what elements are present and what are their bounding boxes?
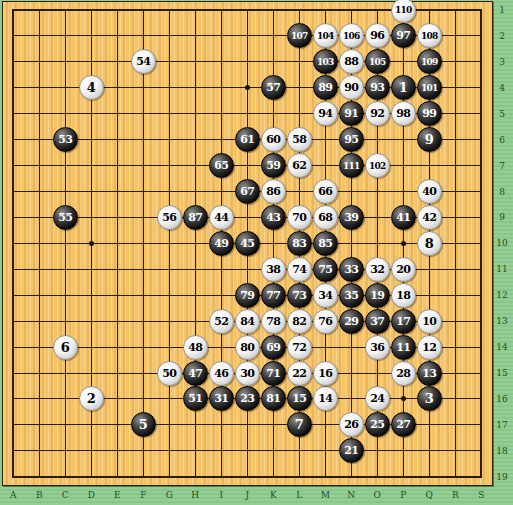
- stone-black-61: 61: [235, 127, 260, 152]
- stone-white-26: 26: [339, 412, 364, 437]
- row-label-16: 16: [494, 393, 510, 405]
- star-point: [401, 241, 406, 246]
- stone-white-4: 4: [79, 75, 104, 100]
- stone-black-39: 39: [339, 205, 364, 230]
- stone-white-38: 38: [261, 257, 286, 282]
- row-label-13: 13: [494, 315, 510, 327]
- stone-white-108: 108: [417, 23, 442, 48]
- stone-white-16: 16: [313, 361, 338, 386]
- row-label-2: 2: [494, 30, 510, 42]
- stone-black-31: 31: [209, 386, 234, 411]
- stone-white-44: 44: [209, 205, 234, 230]
- stone-black-97: 97: [391, 23, 416, 48]
- grid-line: [12, 476, 482, 478]
- star-point: [245, 85, 250, 90]
- stone-black-33: 33: [339, 257, 364, 282]
- stone-black-99: 99: [417, 101, 442, 126]
- stone-black-103: 103: [313, 49, 338, 74]
- stone-black-47: 47: [183, 361, 208, 386]
- stone-white-48: 48: [183, 335, 208, 360]
- stone-white-54: 54: [131, 49, 156, 74]
- stone-black-69: 69: [261, 335, 286, 360]
- stone-white-14: 14: [313, 386, 338, 411]
- stone-white-80: 80: [235, 335, 260, 360]
- stone-black-83: 83: [287, 231, 312, 256]
- col-label-K: K: [265, 489, 281, 501]
- row-label-5: 5: [494, 108, 510, 120]
- col-label-I: I: [213, 489, 229, 501]
- grid-line: [480, 9, 482, 478]
- stone-black-59: 59: [261, 153, 286, 178]
- stone-black-75: 75: [313, 257, 338, 282]
- col-label-S: S: [473, 489, 489, 501]
- col-label-B: B: [31, 489, 47, 501]
- grid-line: [12, 450, 482, 451]
- stone-white-76: 76: [313, 309, 338, 334]
- col-label-D: D: [83, 489, 99, 501]
- stone-black-53: 53: [53, 127, 78, 152]
- stone-black-41: 41: [391, 205, 416, 230]
- row-label-15: 15: [494, 367, 510, 379]
- stone-white-18: 18: [391, 283, 416, 308]
- stone-black-11: 11: [391, 335, 416, 360]
- stone-black-77: 77: [261, 283, 286, 308]
- col-label-A: A: [5, 489, 21, 501]
- stone-black-55: 55: [53, 205, 78, 230]
- stone-black-17: 17: [391, 309, 416, 334]
- row-label-1: 1: [494, 4, 510, 16]
- stone-white-72: 72: [287, 335, 312, 360]
- col-label-H: H: [187, 489, 203, 501]
- col-label-P: P: [395, 489, 411, 501]
- star-point: [89, 241, 94, 246]
- grid-line: [455, 9, 456, 478]
- stone-black-107: 107: [287, 23, 312, 48]
- stone-white-46: 46: [209, 361, 234, 386]
- go-board[interactable]: 1234567891011121314151617181920212223242…: [2, 1, 493, 486]
- stone-black-21: 21: [339, 438, 364, 463]
- stone-black-7: 7: [287, 412, 312, 437]
- stone-black-101: 101: [417, 75, 442, 100]
- col-label-L: L: [291, 489, 307, 501]
- stone-white-34: 34: [313, 283, 338, 308]
- col-label-C: C: [57, 489, 73, 501]
- stone-white-6: 6: [53, 335, 78, 360]
- stone-black-5: 5: [131, 412, 156, 437]
- row-label-19: 19: [494, 471, 510, 483]
- stone-white-10: 10: [417, 309, 442, 334]
- stone-black-29: 29: [339, 309, 364, 334]
- stone-black-89: 89: [313, 75, 338, 100]
- stone-white-24: 24: [365, 386, 390, 411]
- stone-white-22: 22: [287, 361, 312, 386]
- stone-black-3: 3: [417, 386, 442, 411]
- stone-black-27: 27: [391, 412, 416, 437]
- stone-white-92: 92: [365, 101, 390, 126]
- stone-black-87: 87: [183, 205, 208, 230]
- stone-black-95: 95: [339, 127, 364, 152]
- row-label-8: 8: [494, 186, 510, 198]
- stone-black-91: 91: [339, 101, 364, 126]
- col-label-R: R: [447, 489, 463, 501]
- col-label-M: M: [317, 489, 333, 501]
- stone-white-60: 60: [261, 127, 286, 152]
- stone-black-43: 43: [261, 205, 286, 230]
- row-label-3: 3: [494, 56, 510, 68]
- stone-black-49: 49: [209, 231, 234, 256]
- stone-black-81: 81: [261, 386, 286, 411]
- stone-white-84: 84: [235, 309, 260, 334]
- stone-black-109: 109: [417, 49, 442, 74]
- stone-black-67: 67: [235, 179, 260, 204]
- stone-black-73: 73: [287, 283, 312, 308]
- stone-black-111: 111: [339, 153, 364, 178]
- row-label-6: 6: [494, 134, 510, 146]
- stone-black-93: 93: [365, 75, 390, 100]
- stone-black-65: 65: [209, 153, 234, 178]
- col-label-E: E: [109, 489, 125, 501]
- stone-black-45: 45: [235, 231, 260, 256]
- stone-black-37: 37: [365, 309, 390, 334]
- col-label-N: N: [343, 489, 359, 501]
- stone-black-1: 1: [391, 75, 416, 100]
- row-label-14: 14: [494, 341, 510, 353]
- row-label-4: 4: [494, 82, 510, 94]
- col-label-O: O: [369, 489, 385, 501]
- col-label-F: F: [135, 489, 151, 501]
- col-label-J: J: [239, 489, 255, 501]
- stone-white-82: 82: [287, 309, 312, 334]
- stone-black-51: 51: [183, 386, 208, 411]
- stone-white-88: 88: [339, 49, 364, 74]
- stone-white-40: 40: [417, 179, 442, 204]
- row-label-9: 9: [494, 211, 510, 223]
- stone-black-79: 79: [235, 283, 260, 308]
- go-diagram-page: 1234567891011121314151617181920212223242…: [0, 0, 513, 505]
- stone-white-96: 96: [365, 23, 390, 48]
- stone-white-106: 106: [339, 23, 364, 48]
- stone-white-8: 8: [417, 231, 442, 256]
- stone-white-20: 20: [391, 257, 416, 282]
- stone-black-71: 71: [261, 361, 286, 386]
- col-label-G: G: [161, 489, 177, 501]
- stone-white-110: 110: [391, 0, 416, 23]
- stone-white-56: 56: [157, 205, 182, 230]
- stone-white-12: 12: [417, 335, 442, 360]
- stone-black-15: 15: [287, 386, 312, 411]
- stone-black-19: 19: [365, 283, 390, 308]
- stone-white-90: 90: [339, 75, 364, 100]
- stone-black-13: 13: [417, 361, 442, 386]
- row-label-18: 18: [494, 445, 510, 457]
- stone-white-94: 94: [313, 101, 338, 126]
- stone-white-104: 104: [313, 23, 338, 48]
- stone-black-9: 9: [417, 127, 442, 152]
- stone-white-102: 102: [365, 153, 390, 178]
- stone-white-78: 78: [261, 309, 286, 334]
- stone-white-58: 58: [287, 127, 312, 152]
- stone-white-70: 70: [287, 205, 312, 230]
- stone-black-57: 57: [261, 75, 286, 100]
- stone-black-85: 85: [313, 231, 338, 256]
- stone-white-68: 68: [313, 205, 338, 230]
- row-label-10: 10: [494, 237, 510, 249]
- stone-white-2: 2: [79, 386, 104, 411]
- row-label-7: 7: [494, 160, 510, 172]
- stone-white-66: 66: [313, 179, 338, 204]
- stone-black-35: 35: [339, 283, 364, 308]
- stone-white-28: 28: [391, 361, 416, 386]
- stone-white-52: 52: [209, 309, 234, 334]
- star-point: [401, 396, 406, 401]
- stone-white-50: 50: [157, 361, 182, 386]
- row-label-12: 12: [494, 289, 510, 301]
- stone-white-36: 36: [365, 335, 390, 360]
- stone-black-25: 25: [365, 412, 390, 437]
- stone-white-32: 32: [365, 257, 390, 282]
- stone-white-62: 62: [287, 153, 312, 178]
- stone-white-74: 74: [287, 257, 312, 282]
- stone-white-30: 30: [235, 361, 260, 386]
- row-label-17: 17: [494, 419, 510, 431]
- stone-black-105: 105: [365, 49, 390, 74]
- col-label-Q: Q: [421, 489, 437, 501]
- stone-white-42: 42: [417, 205, 442, 230]
- stone-black-23: 23: [235, 386, 260, 411]
- stone-white-86: 86: [261, 179, 286, 204]
- row-label-11: 11: [494, 263, 510, 275]
- stone-white-98: 98: [391, 101, 416, 126]
